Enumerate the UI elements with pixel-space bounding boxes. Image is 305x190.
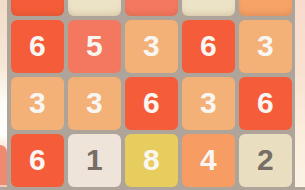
tile-r3c3: 4 [182,134,236,188]
tile-r3c2: 8 [125,134,179,188]
tile-r1c0: 6 [11,20,65,74]
tile-r3c0: 6 [11,134,65,188]
tile-r2c1: 3 [68,77,122,131]
merge-puzzle-board[interactable]: 653633363661842 [7,0,303,187]
tile-r0c3 [182,0,236,16]
tile-r0c2 [125,0,179,16]
tile-r1c3: 6 [182,20,236,74]
tile-r2c4: 6 [239,77,293,131]
tile-r1c1: 5 [68,20,122,74]
tile-r0c4 [239,0,293,16]
tile-r3c1: 1 [68,134,122,188]
tile-r2c3: 3 [182,77,236,131]
tile-r1c4: 3 [239,20,293,74]
game-screen: 653633363661842 [0,0,305,190]
tile-r2c0: 3 [11,77,65,131]
tile-r0c0 [11,0,65,16]
left-page-background [0,0,7,187]
tile-r2c2: 6 [125,77,179,131]
offboard-partial-tile [0,145,7,185]
tile-r0c1 [68,0,122,16]
tile-r3c4: 2 [239,134,293,188]
right-page-background [295,0,305,187]
tile-r1c2: 3 [125,20,179,74]
